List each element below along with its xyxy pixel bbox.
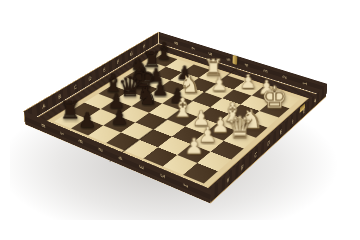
file-label-far-C: C (72, 83, 79, 92)
rank-label-1: 1 (183, 180, 189, 192)
rank-label-8: 8 (41, 120, 46, 131)
rank-label-2: 2 (160, 170, 166, 182)
file-label-E: E (278, 127, 284, 137)
rank-label-right-8: 8 (174, 39, 178, 48)
file-label-far-A: A (40, 102, 48, 111)
file-label-A: A (225, 174, 231, 185)
scene: ♜♝♞♜♝♟♟♛♚♟♟♞♟♟♟♞♜♝♟♟♟♟♟♟♝♟♛♞♚ ABCDEFGH 8… (0, 0, 360, 240)
file-label-H: H (312, 96, 317, 105)
file-label-far-F: F (115, 58, 121, 66)
chess-set-photo: ♜♝♞♜♝♟♟♛♚♟♟♞♟♟♟♞♜♝♟♟♟♟♟♟♝♟♛♞♚ ABCDEFGH 8… (0, 0, 360, 240)
rank-label-right-7: 7 (191, 44, 195, 53)
file-label-far-D: D (87, 74, 94, 83)
rank-label-5: 5 (98, 144, 104, 155)
rank-label-right-3: 3 (263, 66, 268, 76)
rank-label-4: 4 (118, 153, 124, 165)
rank-label-right-5: 5 (226, 55, 231, 64)
file-label-F: F (290, 116, 295, 126)
file-label-B: B (239, 161, 245, 172)
rank-label-6: 6 (78, 136, 84, 147)
brass-latch (233, 55, 238, 65)
rank-label-7: 7 (59, 128, 65, 139)
chess-board: ♜♝♞♜♝♟♟♛♚♟♟♞♟♟♟♞♜♝♟♟♟♟♟♟♝♟♛♞♚ ABCDEFGH 8… (25, 43, 327, 203)
file-label-D: D (266, 138, 272, 148)
file-label-C: C (253, 149, 259, 160)
rank-label-right-4: 4 (244, 60, 249, 70)
rank-label-3: 3 (139, 161, 145, 173)
rank-label-right-1: 1 (302, 78, 308, 88)
